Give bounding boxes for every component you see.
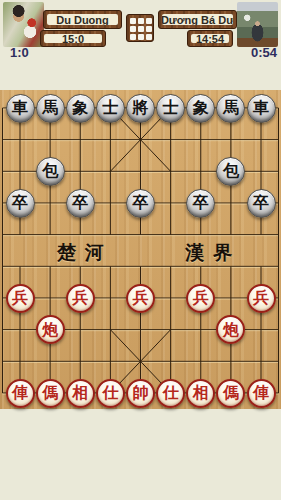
piece-black-將-04[interactable]: 將	[126, 94, 155, 123]
right-player-name-plate: Dương Bá Dự	[158, 10, 237, 29]
piece-red-兵-62[interactable]: 兵	[66, 284, 95, 313]
piece-red-炮-71[interactable]: 炮	[36, 315, 65, 344]
right-player-name: Dương Bá Dự	[162, 14, 233, 25]
piece-black-象-06[interactable]: 象	[186, 94, 215, 123]
piece-black-卒-32[interactable]: 卒	[66, 189, 95, 218]
left-player-name: Du Duong	[47, 14, 118, 25]
right-player-timer-plate: 14:54	[187, 30, 233, 47]
piece-black-卒-36[interactable]: 卒	[186, 189, 215, 218]
pieces-layer: 車馬象士將士象馬車包包卒卒卒卒卒兵兵兵兵兵炮炮俥傌相仕帥仕相傌俥	[0, 90, 281, 409]
piece-red-兵-64[interactable]: 兵	[126, 284, 155, 313]
xiangqi-app: Du Duong 15:0 Dương Bá Dự 14:54 1:0 0:54…	[0, 0, 281, 500]
left-player-timer: 15:0	[44, 34, 102, 43]
piece-red-帥-94[interactable]: 帥	[126, 379, 155, 408]
piece-black-包-21[interactable]: 包	[36, 157, 65, 186]
piece-red-仕-95[interactable]: 仕	[156, 379, 185, 408]
piece-black-馬-07[interactable]: 馬	[216, 94, 245, 123]
left-player-timer-plate: 15:0	[40, 30, 106, 47]
piece-black-象-02[interactable]: 象	[66, 94, 95, 123]
grid-icon	[130, 18, 152, 40]
piece-red-相-96[interactable]: 相	[186, 379, 215, 408]
piece-black-車-00[interactable]: 車	[6, 94, 35, 123]
piece-black-馬-01[interactable]: 馬	[36, 94, 65, 123]
piece-black-士-03[interactable]: 士	[96, 94, 125, 123]
piece-red-仕-93[interactable]: 仕	[96, 379, 125, 408]
right-player-timer: 14:54	[191, 34, 229, 43]
piece-red-炮-77[interactable]: 炮	[216, 315, 245, 344]
left-player-score: 1:0	[10, 45, 29, 60]
piece-red-傌-97[interactable]: 傌	[216, 379, 245, 408]
piece-black-包-27[interactable]: 包	[216, 157, 245, 186]
xiangqi-board[interactable]: 楚河 漢界 車馬象士將士象馬車包包卒卒卒卒卒兵兵兵兵兵炮炮俥傌相仕帥仕相傌俥	[0, 90, 281, 409]
left-player-name-plate: Du Duong	[43, 10, 122, 29]
piece-black-車-08[interactable]: 車	[247, 94, 276, 123]
right-player-score: 0:54	[251, 45, 277, 60]
piece-red-兵-66[interactable]: 兵	[186, 284, 215, 313]
piece-black-士-05[interactable]: 士	[156, 94, 185, 123]
menu-button[interactable]	[126, 14, 154, 42]
piece-red-相-92[interactable]: 相	[66, 379, 95, 408]
right-player-avatar	[237, 2, 278, 47]
piece-black-卒-34[interactable]: 卒	[126, 189, 155, 218]
piece-red-兵-68[interactable]: 兵	[247, 284, 276, 313]
piece-black-卒-38[interactable]: 卒	[247, 189, 276, 218]
piece-red-兵-60[interactable]: 兵	[6, 284, 35, 313]
piece-red-傌-91[interactable]: 傌	[36, 379, 65, 408]
left-player-avatar	[3, 2, 44, 47]
piece-red-俥-90[interactable]: 俥	[6, 379, 35, 408]
piece-black-卒-30[interactable]: 卒	[6, 189, 35, 218]
piece-red-俥-98[interactable]: 俥	[247, 379, 276, 408]
